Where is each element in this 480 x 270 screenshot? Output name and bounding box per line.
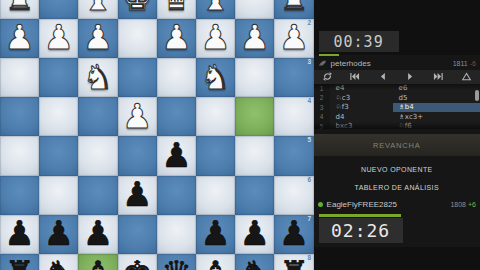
- rank-coordinate: 4: [307, 98, 311, 105]
- square-d4[interactable]: [157, 97, 196, 136]
- square-h3[interactable]: [0, 58, 39, 97]
- square-g3[interactable]: [39, 58, 78, 97]
- piece-black-bishop: ♝: [83, 256, 113, 270]
- opponent-clock: 00:39: [319, 31, 399, 52]
- side-panel: 00:39 peterhodes 1811 -6: [314, 0, 480, 270]
- piece-black-pawn: ♟: [4, 216, 34, 250]
- square-d1[interactable]: ♛: [157, 0, 196, 19]
- square-a2[interactable]: ♟2: [274, 19, 313, 58]
- rank-coordinate: 6: [307, 177, 311, 184]
- square-e3[interactable]: [118, 58, 157, 97]
- square-e8[interactable]: ♚: [118, 254, 157, 270]
- piece-black-pawn: ♟: [200, 216, 230, 250]
- analysis-icon[interactable]: [461, 71, 472, 82]
- move-white[interactable]: d4: [330, 112, 393, 122]
- square-g7[interactable]: ♟: [39, 215, 78, 254]
- square-f8[interactable]: ♝: [78, 254, 117, 270]
- piece-white-knight: ♞: [83, 60, 113, 94]
- move-black[interactable]: ♗b4: [393, 103, 480, 113]
- cycle-icon[interactable]: [322, 71, 333, 82]
- square-c8[interactable]: ♝: [196, 254, 235, 270]
- square-h8[interactable]: ♜: [0, 254, 39, 270]
- square-a1[interactable]: ♜1: [274, 0, 313, 19]
- piece-white-pawn: ♟: [279, 20, 309, 54]
- square-d7[interactable]: [157, 215, 196, 254]
- piece-black-pawn: ♟: [44, 216, 74, 250]
- move-black[interactable]: e6: [393, 84, 480, 94]
- square-c4[interactable]: [196, 97, 235, 136]
- new-opponent-button[interactable]: NUEVO OPONENTE: [314, 162, 480, 177]
- move-list: 1e4e62♘c3d53♘f3♗b44d4♗xc3+5bxc3♘f6: [314, 84, 480, 129]
- square-f5[interactable]: [78, 136, 117, 175]
- piece-white-bishop: ♝: [83, 0, 113, 15]
- square-a6[interactable]: 6: [274, 176, 313, 215]
- move-row: 2♘c3d5: [314, 93, 480, 103]
- square-e1[interactable]: ♚: [118, 0, 157, 19]
- chess-board: ♜♝♚♛♝♜1♟♟♟♟♟♟♟2♞♞3♟4♟5♟6♟♟♟♟♟♟7♜♞♝♚♛♝♞♜8: [0, 0, 314, 270]
- patron-wing-icon: [318, 59, 327, 68]
- piece-black-pawn: ♟: [240, 216, 270, 250]
- app-window: ♜♝♚♛♝♜1♟♟♟♟♟♟♟2♞♞3♟4♟5♟6♟♟♟♟♟♟7♜♞♝♚♛♝♞♜8…: [0, 0, 480, 270]
- square-f3[interactable]: ♞: [78, 58, 117, 97]
- square-b5[interactable]: [235, 136, 274, 175]
- piece-black-pawn: ♟: [161, 138, 191, 172]
- square-d5[interactable]: ♟: [157, 136, 196, 175]
- square-f6[interactable]: [78, 176, 117, 215]
- square-f1[interactable]: ♝: [78, 0, 117, 19]
- piece-black-bishop: ♝: [200, 256, 230, 270]
- square-f2[interactable]: ♟: [78, 19, 117, 58]
- move-white[interactable]: ♘c3: [330, 93, 393, 103]
- opponent-rating: 1811: [453, 60, 468, 67]
- prev-move-icon[interactable]: [377, 71, 388, 82]
- move-black[interactable]: d5: [393, 93, 480, 103]
- analysis-board-button[interactable]: TABLERO DE ANÁLISIS: [314, 180, 480, 195]
- square-d8[interactable]: ♛: [157, 254, 196, 270]
- square-e2[interactable]: [118, 19, 157, 58]
- rank-coordinate: 7: [307, 216, 311, 223]
- square-c5[interactable]: [196, 136, 235, 175]
- movelist-scrollbar[interactable]: [475, 90, 479, 101]
- piece-white-bishop: ♝: [200, 0, 230, 15]
- opponent-name: peterhodes: [331, 59, 371, 68]
- square-b2[interactable]: ♟: [235, 19, 274, 58]
- square-b7[interactable]: ♟: [235, 215, 274, 254]
- move-row: 1e4e6: [314, 84, 480, 94]
- move-black[interactable]: ♘f6: [393, 122, 480, 129]
- piece-white-rook: ♜: [4, 0, 34, 15]
- square-b4[interactable]: [235, 97, 274, 136]
- rank-coordinate: 8: [307, 255, 311, 262]
- piece-black-knight: ♞: [44, 256, 74, 270]
- move-number: 5: [314, 122, 330, 129]
- piece-black-knight: ♞: [240, 256, 270, 270]
- piece-white-knight: ♞: [200, 60, 230, 94]
- rank-coordinate: 5: [307, 137, 311, 144]
- square-g8[interactable]: ♞: [39, 254, 78, 270]
- piece-black-rook: ♜: [4, 256, 34, 270]
- square-b3[interactable]: [235, 58, 274, 97]
- square-h1[interactable]: ♜: [0, 0, 39, 19]
- square-b1[interactable]: [235, 0, 274, 19]
- piece-white-pawn: ♟: [240, 20, 270, 54]
- square-a4[interactable]: 4: [274, 97, 313, 136]
- rank-coordinate: 2: [307, 20, 311, 27]
- opponent-rating-delta: -6: [470, 60, 476, 67]
- piece-black-queen: ♛: [161, 256, 191, 270]
- move-number: 3: [314, 103, 330, 113]
- square-c1[interactable]: ♝: [196, 0, 235, 19]
- square-g1[interactable]: [39, 0, 78, 19]
- square-a7[interactable]: ♟7: [274, 215, 313, 254]
- first-move-icon[interactable]: [349, 71, 360, 82]
- piece-white-pawn: ♟: [161, 20, 191, 54]
- piece-black-king: ♚: [122, 256, 152, 270]
- square-e5[interactable]: [118, 136, 157, 175]
- move-white[interactable]: ♘f3: [330, 103, 393, 113]
- player-name: EagleFlyFREE2825: [327, 200, 397, 209]
- last-move-icon[interactable]: [433, 71, 444, 82]
- move-black[interactable]: ♗xc3+: [393, 112, 480, 122]
- move-white[interactable]: bxc3: [330, 122, 393, 129]
- square-h7[interactable]: ♟: [0, 215, 39, 254]
- square-d2[interactable]: ♟: [157, 19, 196, 58]
- player-rating-delta: +6: [468, 201, 476, 208]
- square-h2[interactable]: ♟: [0, 19, 39, 58]
- square-g5[interactable]: [39, 136, 78, 175]
- piece-white-pawn: ♟: [4, 20, 34, 54]
- square-b6[interactable]: [235, 176, 274, 215]
- player-row[interactable]: EagleFlyFREE2825 1808 +6: [314, 197, 480, 212]
- square-b8[interactable]: ♞: [235, 254, 274, 270]
- square-e4[interactable]: ♟: [118, 97, 157, 136]
- move-row: 3♘f3♗b4: [314, 103, 480, 113]
- square-h4[interactable]: [0, 97, 39, 136]
- square-e7[interactable]: [118, 215, 157, 254]
- next-move-icon[interactable]: [405, 71, 416, 82]
- square-g4[interactable]: [39, 97, 78, 136]
- square-h6[interactable]: [0, 176, 39, 215]
- square-h5[interactable]: [0, 136, 39, 175]
- square-f7[interactable]: ♟: [78, 215, 117, 254]
- replay-toolbar: [314, 70, 480, 84]
- square-a3[interactable]: 3: [274, 58, 313, 97]
- player-rating: 1808: [450, 201, 466, 208]
- square-f4[interactable]: [78, 97, 117, 136]
- piece-black-pawn: ♟: [122, 177, 152, 211]
- piece-black-pawn: ♟: [83, 216, 113, 250]
- opponent-player-row[interactable]: peterhodes 1811 -6: [314, 56, 480, 70]
- square-g2[interactable]: ♟: [39, 19, 78, 58]
- square-a5[interactable]: 5: [274, 136, 313, 175]
- rank-coordinate: 3: [307, 59, 311, 66]
- move-white[interactable]: e4: [330, 84, 393, 94]
- square-e6[interactable]: ♟: [118, 176, 157, 215]
- piece-white-pawn: ♟: [122, 99, 152, 133]
- square-c3[interactable]: ♞: [196, 58, 235, 97]
- piece-white-king: ♚: [122, 0, 152, 15]
- rematch-button[interactable]: REVANCHA: [314, 134, 480, 156]
- square-d6[interactable]: [157, 176, 196, 215]
- piece-white-queen: ♛: [161, 0, 191, 15]
- piece-black-rook: ♜: [279, 256, 309, 270]
- square-c7[interactable]: ♟: [196, 215, 235, 254]
- player-clock: 02:26: [319, 218, 403, 243]
- square-c2[interactable]: ♟: [196, 19, 235, 58]
- move-row: 5bxc3♘f6: [314, 122, 480, 129]
- player-time-bar: [319, 214, 401, 217]
- piece-black-pawn: ♟: [279, 216, 309, 250]
- piece-white-pawn: ♟: [44, 20, 74, 54]
- move-number: 2: [314, 93, 330, 103]
- move-number: 1: [314, 84, 330, 94]
- piece-white-pawn: ♟: [83, 20, 113, 54]
- move-row: 4d4♗xc3+: [314, 112, 480, 122]
- square-c6[interactable]: [196, 176, 235, 215]
- square-g6[interactable]: [39, 176, 78, 215]
- online-dot-icon: [318, 202, 323, 207]
- square-a8[interactable]: ♜8: [274, 254, 313, 270]
- move-number: 4: [314, 112, 330, 122]
- piece-white-pawn: ♟: [200, 20, 230, 54]
- square-d3[interactable]: [157, 58, 196, 97]
- piece-white-rook: ♜: [279, 0, 309, 15]
